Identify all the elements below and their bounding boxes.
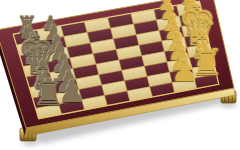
- chess-board: [0, 0, 240, 150]
- chess-set-photo: ♜♟♟♜♞♟♟♞♝♟♟♝♚♟♟♚♛♟♟♛♝♟♟♝♞♟♟♞♜♟♟♜: [0, 0, 240, 150]
